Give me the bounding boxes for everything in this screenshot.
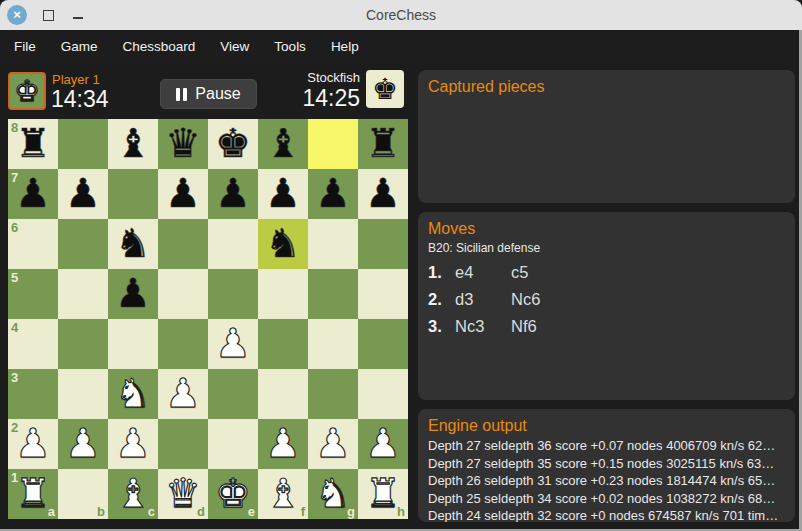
square-b7[interactable]: ♟ xyxy=(58,169,108,219)
square-b5[interactable] xyxy=(58,269,108,319)
piece-black-king[interactable]: ♚ xyxy=(208,119,258,169)
square-e4[interactable]: ♟ xyxy=(208,319,258,369)
move-row-2[interactable]: 2.d3Nc6 xyxy=(428,290,785,309)
pause-icon xyxy=(176,88,187,101)
square-b8[interactable] xyxy=(58,119,108,169)
square-h2[interactable]: ♟ xyxy=(358,419,408,469)
engine-line-2: Depth 27 seldepth 35 score +0.15 nodes 3… xyxy=(428,455,785,473)
pause-button-label: Pause xyxy=(195,85,240,103)
menu-item-chessboard[interactable]: Chessboard xyxy=(123,39,196,54)
move-row-1[interactable]: 1.e4c5 xyxy=(428,263,785,282)
white-move[interactable]: Nc3 xyxy=(455,317,511,336)
square-f8[interactable]: ♝ xyxy=(258,119,308,169)
square-c3[interactable]: ♞ xyxy=(108,369,158,419)
moves-list: 1.e4c52.d3Nc63.Nc3Nf6 xyxy=(428,263,785,336)
piece-black-knight[interactable]: ♞ xyxy=(108,219,158,269)
piece-black-bishop[interactable]: ♝ xyxy=(108,119,158,169)
piece-white-pawn[interactable]: ♟ xyxy=(308,419,358,469)
square-g1[interactable]: ♞g xyxy=(308,469,358,519)
menu-item-tools[interactable]: Tools xyxy=(274,39,306,54)
square-b6[interactable] xyxy=(58,219,108,269)
square-b4[interactable] xyxy=(58,319,108,369)
piece-black-pawn[interactable]: ♟ xyxy=(108,269,158,319)
piece-white-pawn[interactable]: ♟ xyxy=(258,419,308,469)
rank-label-6: 6 xyxy=(11,220,18,235)
moves-panel: Moves B20: Sicilian defense 1.e4c52.d3Nc… xyxy=(418,212,795,400)
move-row-3[interactable]: 3.Nc3Nf6 xyxy=(428,317,785,336)
square-e5[interactable] xyxy=(208,269,258,319)
piece-white-pawn[interactable]: ♟ xyxy=(358,419,408,469)
square-h3[interactable] xyxy=(358,369,408,419)
white-move[interactable]: d3 xyxy=(455,290,511,309)
captured-pieces-title: Captured pieces xyxy=(428,78,785,96)
piece-black-rook[interactable]: ♜ xyxy=(358,119,408,169)
black-move[interactable]: Nc6 xyxy=(511,290,785,309)
engine-output-title: Engine output xyxy=(428,417,785,435)
menu-bar: FileGameChessboardViewToolsHelp xyxy=(0,30,802,62)
piece-black-pawn[interactable]: ♟ xyxy=(208,169,258,219)
square-g7[interactable]: ♟ xyxy=(308,169,358,219)
square-e8[interactable]: ♚ xyxy=(208,119,258,169)
square-b3[interactable] xyxy=(58,369,108,419)
rank-label-5: 5 xyxy=(11,270,18,285)
square-h1[interactable]: ♜h xyxy=(358,469,408,519)
piece-black-pawn[interactable]: ♟ xyxy=(308,169,358,219)
square-h4[interactable] xyxy=(358,319,408,369)
black-move[interactable]: c5 xyxy=(511,263,785,282)
square-c1[interactable]: ♝c xyxy=(108,469,158,519)
file-label-a: a xyxy=(48,504,55,519)
file-label-d: d xyxy=(197,504,205,519)
square-h6[interactable] xyxy=(358,219,408,269)
rank-label-2: 2 xyxy=(11,420,18,435)
square-a5[interactable]: 5 xyxy=(8,269,58,319)
black-king-icon: ♚ xyxy=(366,70,404,108)
square-f4[interactable] xyxy=(258,319,308,369)
square-f5[interactable] xyxy=(258,269,308,319)
menu-item-view[interactable]: View xyxy=(220,39,249,54)
square-h8[interactable]: ♜ xyxy=(358,119,408,169)
square-c5[interactable]: ♟ xyxy=(108,269,158,319)
black-player-name: Stockfish xyxy=(238,70,360,85)
engine-line-3: Depth 26 seldepth 31 score +0.23 nodes 1… xyxy=(428,472,785,490)
menu-item-game[interactable]: Game xyxy=(61,39,98,54)
square-d2[interactable] xyxy=(158,419,208,469)
captured-pieces-panel: Captured pieces xyxy=(418,70,795,203)
piece-white-pawn[interactable]: ♟ xyxy=(208,319,258,369)
square-a3[interactable]: 3 xyxy=(8,369,58,419)
menu-item-help[interactable]: Help xyxy=(331,39,359,54)
square-a6[interactable]: 6 xyxy=(8,219,58,269)
piece-black-pawn[interactable]: ♟ xyxy=(58,169,108,219)
white-player-name: Player 1 xyxy=(52,72,100,87)
square-a7[interactable]: ♟7 xyxy=(8,169,58,219)
titlebar: × CoreChess xyxy=(0,0,802,30)
menu-item-file[interactable]: File xyxy=(14,39,36,54)
file-label-h: h xyxy=(397,504,405,519)
white-move[interactable]: e4 xyxy=(455,263,511,282)
move-number: 1. xyxy=(428,263,455,282)
rank-label-7: 7 xyxy=(11,170,18,185)
move-number: 2. xyxy=(428,290,455,309)
square-c2[interactable]: ♟ xyxy=(108,419,158,469)
square-c8[interactable]: ♝ xyxy=(108,119,158,169)
square-a2[interactable]: ♟2 xyxy=(8,419,58,469)
piece-black-queen[interactable]: ♛ xyxy=(158,119,208,169)
square-b2[interactable]: ♟ xyxy=(58,419,108,469)
piece-black-pawn[interactable]: ♟ xyxy=(358,169,408,219)
square-d1[interactable]: ♛d xyxy=(158,469,208,519)
rank-label-8: 8 xyxy=(11,120,18,135)
window-title: CoreChess xyxy=(0,0,802,30)
square-c7[interactable] xyxy=(108,169,158,219)
piece-black-pawn[interactable]: ♟ xyxy=(258,169,308,219)
moves-title: Moves xyxy=(428,220,785,238)
square-a4[interactable]: 4 xyxy=(8,319,58,369)
square-d5[interactable] xyxy=(158,269,208,319)
piece-white-pawn[interactable]: ♟ xyxy=(108,419,158,469)
square-g2[interactable]: ♟ xyxy=(308,419,358,469)
engine-line-1: Depth 27 seldepth 36 score +0.07 nodes 4… xyxy=(428,437,785,455)
piece-black-bishop[interactable]: ♝ xyxy=(258,119,308,169)
square-a8[interactable]: ♜8 xyxy=(8,119,58,169)
file-label-f: f xyxy=(301,504,305,519)
square-a1[interactable]: ♜1a xyxy=(8,469,58,519)
opening-name: B20: Sicilian defense xyxy=(428,241,785,255)
corechess-window: { "game": "chess", "position": { "fen": … xyxy=(0,0,802,531)
file-label-e: e xyxy=(248,504,255,519)
square-d6[interactable] xyxy=(158,219,208,269)
piece-white-pawn[interactable]: ♟ xyxy=(158,369,208,419)
engine-line-5: Depth 24 seldepth 32 score +0 nodes 6745… xyxy=(428,507,785,522)
square-d7[interactable]: ♟ xyxy=(158,169,208,219)
file-label-c: c xyxy=(148,504,155,519)
square-g3[interactable] xyxy=(308,369,358,419)
square-h5[interactable] xyxy=(358,269,408,319)
square-h7[interactable]: ♟ xyxy=(358,169,408,219)
piece-white-knight[interactable]: ♞ xyxy=(108,369,158,419)
square-g6[interactable] xyxy=(308,219,358,269)
piece-black-knight[interactable]: ♞ xyxy=(258,219,308,269)
white-player-clock: 14:34 xyxy=(51,86,109,113)
square-e3[interactable] xyxy=(208,369,258,419)
square-g8[interactable] xyxy=(308,119,358,169)
file-label-g: g xyxy=(347,504,355,519)
piece-white-pawn[interactable]: ♟ xyxy=(58,419,108,469)
file-label-b: b xyxy=(97,504,105,519)
square-g4[interactable] xyxy=(308,319,358,369)
engine-output-lines: Depth 27 seldepth 36 score +0.07 nodes 4… xyxy=(428,437,785,522)
square-e2[interactable] xyxy=(208,419,258,469)
square-e7[interactable]: ♟ xyxy=(208,169,258,219)
square-d4[interactable] xyxy=(158,319,208,369)
square-e6[interactable] xyxy=(208,219,258,269)
rank-label-3: 3 xyxy=(11,370,18,385)
square-f1[interactable]: ♝f xyxy=(258,469,308,519)
engine-line-4: Depth 25 seldepth 34 score +0.02 nodes 1… xyxy=(428,490,785,508)
square-d8[interactable]: ♛ xyxy=(158,119,208,169)
square-f2[interactable]: ♟ xyxy=(258,419,308,469)
engine-output-panel: Engine output Depth 27 seldepth 36 score… xyxy=(418,409,795,522)
black-move[interactable]: Nf6 xyxy=(511,317,785,336)
square-f6[interactable]: ♞ xyxy=(258,219,308,269)
square-f7[interactable]: ♟ xyxy=(258,169,308,219)
rank-label-4: 4 xyxy=(11,320,18,335)
rank-label-1: 1 xyxy=(11,470,18,485)
chess-board: ♜8♝♛♚♝♜♟7♟♟♟♟♟♟6♞♞5♟4♟3♞♟♟2♟♟♟♟♟♜1ab♝c♛d… xyxy=(8,119,408,519)
square-f3[interactable] xyxy=(258,369,308,419)
square-b1[interactable]: b xyxy=(58,469,108,519)
square-e1[interactable]: ♚e xyxy=(208,469,258,519)
square-g5[interactable] xyxy=(308,269,358,319)
move-number: 3. xyxy=(428,317,455,336)
square-c6[interactable]: ♞ xyxy=(108,219,158,269)
square-c4[interactable] xyxy=(108,319,158,369)
square-d3[interactable]: ♟ xyxy=(158,369,208,419)
piece-black-pawn[interactable]: ♟ xyxy=(158,169,208,219)
black-player-clock: 14:25 xyxy=(238,85,360,112)
white-king-icon: ♚ xyxy=(8,72,46,110)
